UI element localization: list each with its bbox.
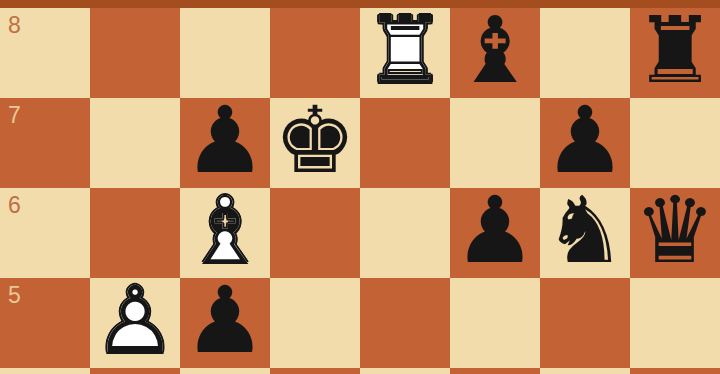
square-f6[interactable]: ♟	[450, 188, 540, 278]
square-d7[interactable]: ♚	[270, 98, 360, 188]
square-c8[interactable]	[180, 8, 270, 98]
board-grid: 8♜♖♝♜7♟♚♟6♝♗♟♞♛5♟♙♟	[0, 8, 720, 374]
square-c4[interactable]	[180, 368, 270, 374]
rank-label: 7	[8, 103, 21, 128]
square-d5[interactable]	[270, 278, 360, 368]
square-f7[interactable]	[450, 98, 540, 188]
square-c7[interactable]: ♟	[180, 98, 270, 188]
black-knight[interactable]: ♞	[540, 188, 630, 278]
black-bishop[interactable]: ♝	[450, 8, 540, 98]
chess-app-screen: 8♜♖♝♜7♟♚♟6♝♗♟♞♛5♟♙♟	[0, 0, 720, 374]
square-d4[interactable]	[270, 368, 360, 374]
square-b5[interactable]: ♟♙	[90, 278, 180, 368]
square-h4[interactable]	[630, 368, 720, 374]
black-knight-icon: ♞	[544, 185, 626, 277]
square-h6[interactable]: ♛	[630, 188, 720, 278]
black-king-icon: ♚	[274, 95, 356, 187]
square-c6[interactable]: ♝♗	[180, 188, 270, 278]
black-king[interactable]: ♚	[270, 98, 360, 188]
black-pawn[interactable]: ♟	[540, 98, 630, 188]
black-rook[interactable]: ♜	[630, 8, 720, 98]
black-pawn[interactable]: ♟	[180, 278, 270, 368]
black-pawn-icon: ♟	[184, 95, 266, 187]
rank-label: 5	[8, 283, 21, 308]
rank-label: 6	[8, 193, 21, 218]
square-h7[interactable]	[630, 98, 720, 188]
white-pawn-outline-icon: ♙	[94, 275, 176, 367]
square-a6[interactable]: 6	[0, 188, 90, 278]
square-e8[interactable]: ♜♖	[360, 8, 450, 98]
square-g6[interactable]: ♞	[540, 188, 630, 278]
square-e5[interactable]	[360, 278, 450, 368]
square-b7[interactable]	[90, 98, 180, 188]
square-d6[interactable]	[270, 188, 360, 278]
square-a7[interactable]: 7	[0, 98, 90, 188]
square-f8[interactable]: ♝	[450, 8, 540, 98]
chessboard: 8♜♖♝♜7♟♚♟6♝♗♟♞♛5♟♙♟	[0, 8, 720, 374]
rank-label: 8	[8, 13, 21, 38]
white-bishop-outline-icon: ♗	[184, 185, 266, 277]
square-g4[interactable]	[540, 368, 630, 374]
white-rook-outline-icon: ♖	[364, 8, 446, 97]
white-bishop[interactable]: ♝♗	[180, 188, 270, 278]
square-b6[interactable]	[90, 188, 180, 278]
square-g5[interactable]	[540, 278, 630, 368]
white-pawn[interactable]: ♟♙	[90, 278, 180, 368]
white-rook[interactable]: ♜♖	[360, 8, 450, 98]
square-g8[interactable]	[540, 8, 630, 98]
black-rook-icon: ♜	[634, 8, 716, 97]
square-d8[interactable]	[270, 8, 360, 98]
square-a8[interactable]: 8	[0, 8, 90, 98]
black-queen[interactable]: ♛	[630, 188, 720, 278]
black-pawn-icon: ♟	[184, 275, 266, 367]
square-h8[interactable]: ♜	[630, 8, 720, 98]
square-f5[interactable]	[450, 278, 540, 368]
black-queen-icon: ♛	[634, 185, 716, 277]
square-e4[interactable]	[360, 368, 450, 374]
square-b4[interactable]	[90, 368, 180, 374]
square-a4[interactable]	[0, 368, 90, 374]
black-pawn[interactable]: ♟	[180, 98, 270, 188]
square-c5[interactable]: ♟	[180, 278, 270, 368]
black-pawn[interactable]: ♟	[450, 188, 540, 278]
black-pawn-icon: ♟	[544, 95, 626, 187]
square-b8[interactable]	[90, 8, 180, 98]
square-f4[interactable]	[450, 368, 540, 374]
square-e7[interactable]	[360, 98, 450, 188]
square-a5[interactable]: 5	[0, 278, 90, 368]
square-h5[interactable]	[630, 278, 720, 368]
black-pawn-icon: ♟	[454, 185, 536, 277]
black-bishop-icon: ♝	[454, 8, 536, 97]
board-top-edge	[0, 0, 720, 8]
square-g7[interactable]: ♟	[540, 98, 630, 188]
square-e6[interactable]	[360, 188, 450, 278]
